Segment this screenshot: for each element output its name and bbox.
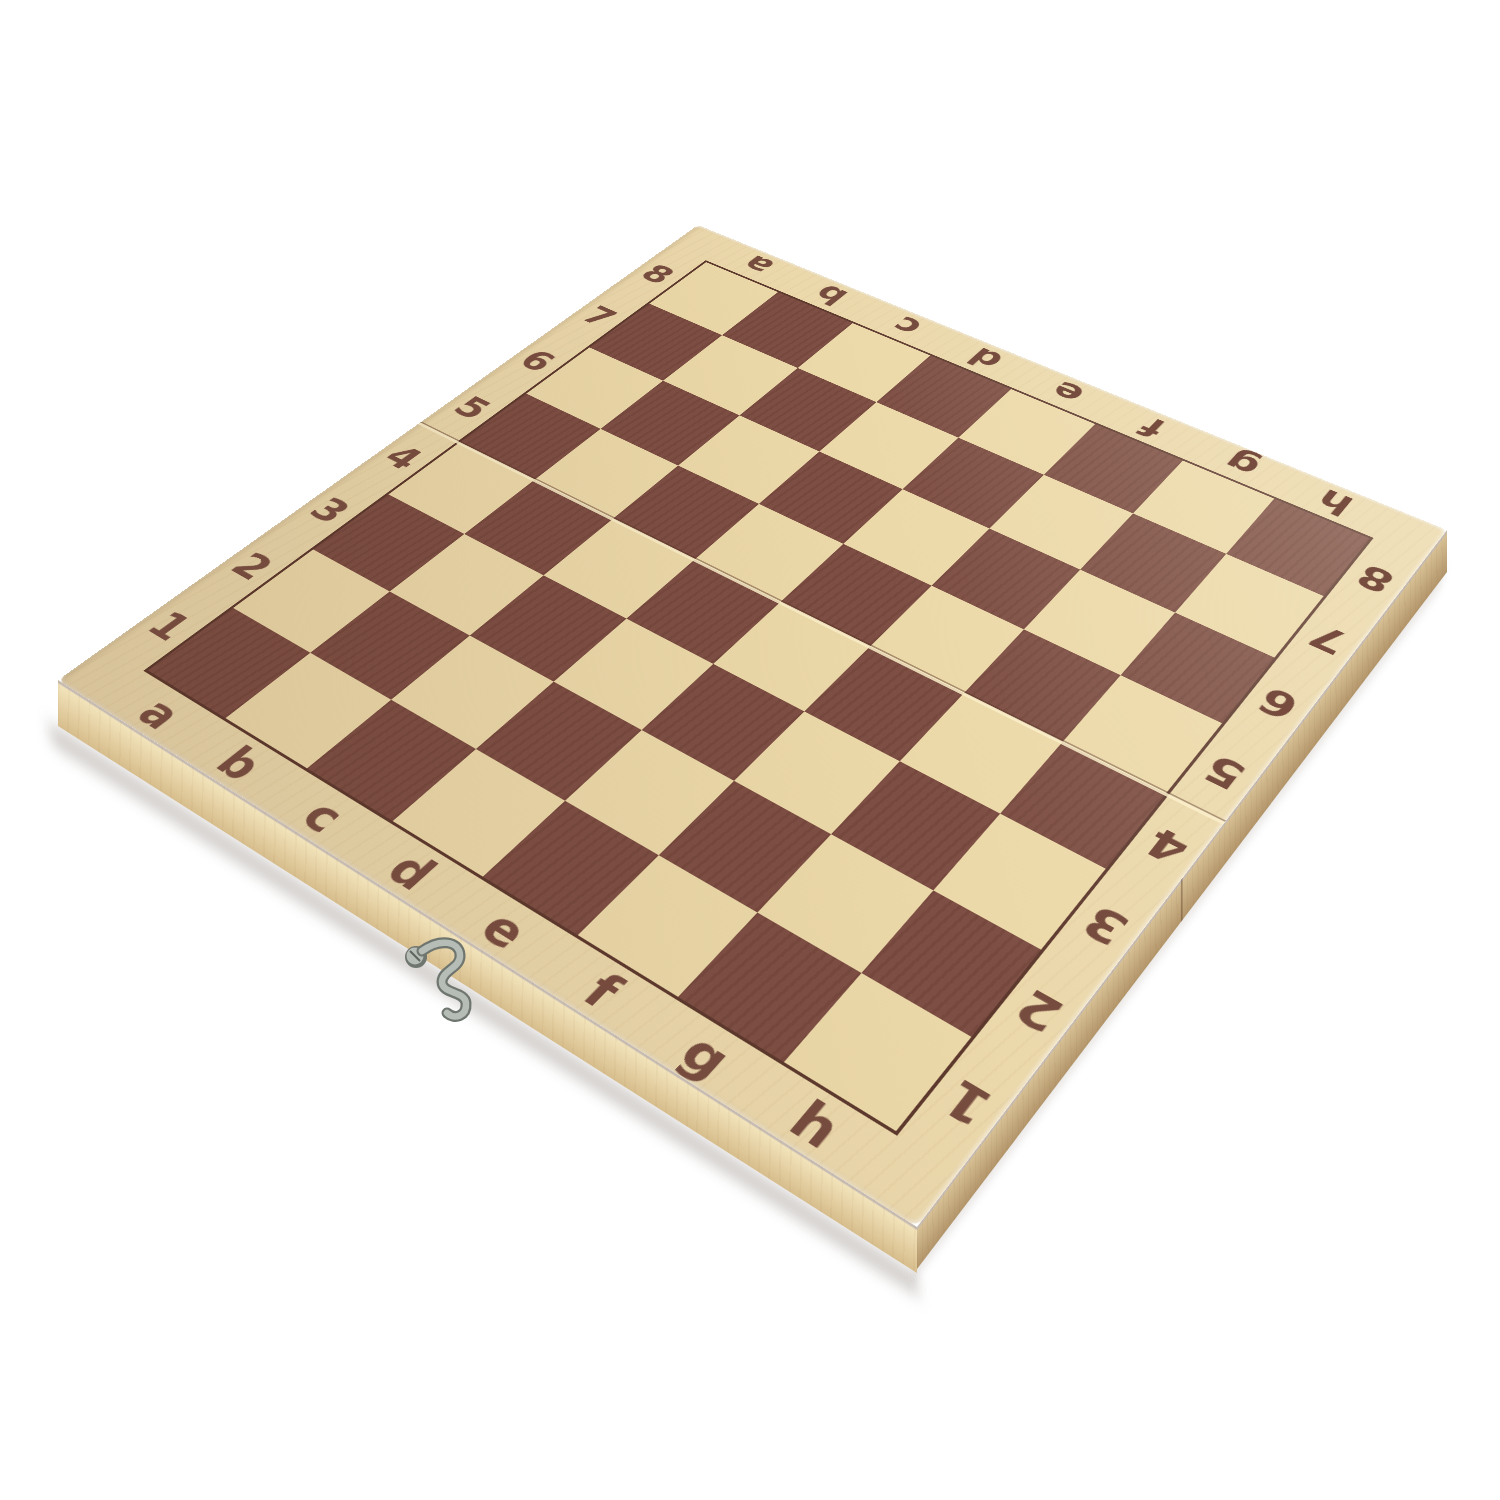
- playing-field-border: [143, 260, 1373, 1136]
- fold-seam-on-side-edge: [1181, 878, 1183, 922]
- latch-hook: [422, 943, 466, 1017]
- chessboard-top-face: 88aa77bb66cc55dd44ee33ff22gg11hh: [58, 225, 1447, 1227]
- product-photo-white-background: 88aa77bb66cc55dd44ee33ff22gg11hh: [0, 0, 1500, 1500]
- chessboard-grid: [148, 262, 1370, 1131]
- metal-latch: [370, 905, 500, 1045]
